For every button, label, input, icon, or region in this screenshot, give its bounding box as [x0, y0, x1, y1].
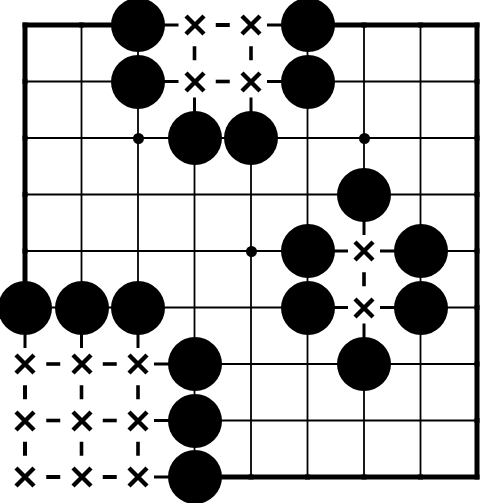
black-stone: [337, 337, 391, 391]
star-point: [246, 246, 257, 257]
black-stone: [111, 281, 165, 335]
black-stone: [111, 55, 165, 109]
point-c2[interactable]: [110, 392, 167, 449]
point-f8[interactable]: [279, 53, 336, 110]
point-j6[interactable]: [449, 166, 480, 223]
point-d5[interactable]: [166, 223, 223, 280]
point-h6[interactable]: [392, 166, 449, 223]
point-g1[interactable]: [336, 449, 393, 503]
point-e2[interactable]: [223, 392, 280, 449]
black-stone: [0, 281, 52, 335]
point-a1[interactable]: [0, 449, 53, 503]
point-d9[interactable]: [166, 0, 223, 53]
point-b8[interactable]: [53, 53, 110, 110]
go-board-diagram: [0, 0, 480, 503]
point-g3[interactable]: [336, 336, 393, 393]
black-stone: [281, 281, 335, 335]
point-b5[interactable]: [53, 223, 110, 280]
point-g8[interactable]: [336, 53, 393, 110]
point-h5[interactable]: [392, 223, 449, 280]
point-h2[interactable]: [392, 392, 449, 449]
black-stone: [337, 168, 391, 222]
black-stone: [281, 224, 335, 278]
territory-mark-x-icon: [126, 465, 150, 489]
point-j8[interactable]: [449, 53, 480, 110]
point-f9[interactable]: [279, 0, 336, 53]
point-f3[interactable]: [279, 336, 336, 393]
point-c7[interactable]: [110, 110, 167, 167]
point-e3[interactable]: [223, 336, 280, 393]
territory-mark-x-icon: [352, 296, 376, 320]
point-d3[interactable]: [166, 336, 223, 393]
point-c5[interactable]: [110, 223, 167, 280]
point-g9[interactable]: [336, 0, 393, 53]
point-c4[interactable]: [110, 279, 167, 336]
point-e9[interactable]: [223, 0, 280, 53]
black-stone: [281, 0, 335, 52]
point-b9[interactable]: [53, 0, 110, 53]
point-a2[interactable]: [0, 392, 53, 449]
star-point: [359, 133, 370, 144]
territory-mark-x-icon: [352, 239, 376, 263]
territory-mark-x-icon: [13, 465, 37, 489]
point-h9[interactable]: [392, 0, 449, 53]
point-c1[interactable]: [110, 449, 167, 503]
black-stone: [111, 0, 165, 52]
point-d7[interactable]: [166, 110, 223, 167]
point-f7[interactable]: [279, 110, 336, 167]
point-a6[interactable]: [0, 166, 53, 223]
point-c6[interactable]: [110, 166, 167, 223]
point-g4[interactable]: [336, 279, 393, 336]
territory-mark-x-icon: [183, 13, 207, 37]
point-a7[interactable]: [0, 110, 53, 167]
point-j2[interactable]: [449, 392, 480, 449]
territory-mark-x-icon: [183, 70, 207, 94]
star-point: [133, 133, 144, 144]
board-grid: [0, 0, 480, 503]
point-h8[interactable]: [392, 53, 449, 110]
point-f2[interactable]: [279, 392, 336, 449]
black-stone: [394, 224, 448, 278]
point-d1[interactable]: [166, 449, 223, 503]
point-a9[interactable]: [0, 0, 53, 53]
black-stone: [168, 337, 222, 391]
point-e5[interactable]: [223, 223, 280, 280]
point-b7[interactable]: [53, 110, 110, 167]
point-h7[interactable]: [392, 110, 449, 167]
point-h3[interactable]: [392, 336, 449, 393]
point-d8[interactable]: [166, 53, 223, 110]
point-j1[interactable]: [449, 449, 480, 503]
territory-mark-x-icon: [70, 352, 94, 376]
point-g5[interactable]: [336, 223, 393, 280]
point-b1[interactable]: [53, 449, 110, 503]
territory-mark-x-icon: [126, 352, 150, 376]
point-e4[interactable]: [223, 279, 280, 336]
point-g7[interactable]: [336, 110, 393, 167]
point-b4[interactable]: [53, 279, 110, 336]
point-e6[interactable]: [223, 166, 280, 223]
black-stone: [55, 281, 109, 335]
point-b2[interactable]: [53, 392, 110, 449]
point-c3[interactable]: [110, 336, 167, 393]
point-d2[interactable]: [166, 392, 223, 449]
black-stone: [281, 55, 335, 109]
point-e7[interactable]: [223, 110, 280, 167]
territory-mark-x-icon: [239, 13, 263, 37]
black-stone: [394, 281, 448, 335]
territory-mark-x-icon: [126, 409, 150, 433]
point-j5[interactable]: [449, 223, 480, 280]
territory-mark-x-icon: [70, 465, 94, 489]
black-stone: [168, 450, 222, 503]
point-e8[interactable]: [223, 53, 280, 110]
point-h1[interactable]: [392, 449, 449, 503]
point-j4[interactable]: [449, 279, 480, 336]
black-stone: [168, 394, 222, 448]
point-e1[interactable]: [223, 449, 280, 503]
point-g6[interactable]: [336, 166, 393, 223]
territory-mark-x-icon: [13, 352, 37, 376]
point-d4[interactable]: [166, 279, 223, 336]
point-c9[interactable]: [110, 0, 167, 53]
point-j3[interactable]: [449, 336, 480, 393]
point-a3[interactable]: [0, 336, 53, 393]
point-c8[interactable]: [110, 53, 167, 110]
point-f1[interactable]: [279, 449, 336, 503]
point-b6[interactable]: [53, 166, 110, 223]
point-h4[interactable]: [392, 279, 449, 336]
point-j9[interactable]: [449, 0, 480, 53]
point-j7[interactable]: [449, 110, 480, 167]
point-f6[interactable]: [279, 166, 336, 223]
point-g2[interactable]: [336, 392, 393, 449]
point-a8[interactable]: [0, 53, 53, 110]
territory-mark-x-icon: [239, 70, 263, 94]
point-d6[interactable]: [166, 166, 223, 223]
point-a5[interactable]: [0, 223, 53, 280]
territory-mark-x-icon: [70, 409, 94, 433]
black-stone: [168, 111, 222, 165]
black-stone: [224, 111, 278, 165]
point-a4[interactable]: [0, 279, 53, 336]
point-f4[interactable]: [279, 279, 336, 336]
point-f5[interactable]: [279, 223, 336, 280]
territory-mark-x-icon: [13, 409, 37, 433]
point-b3[interactable]: [53, 336, 110, 393]
